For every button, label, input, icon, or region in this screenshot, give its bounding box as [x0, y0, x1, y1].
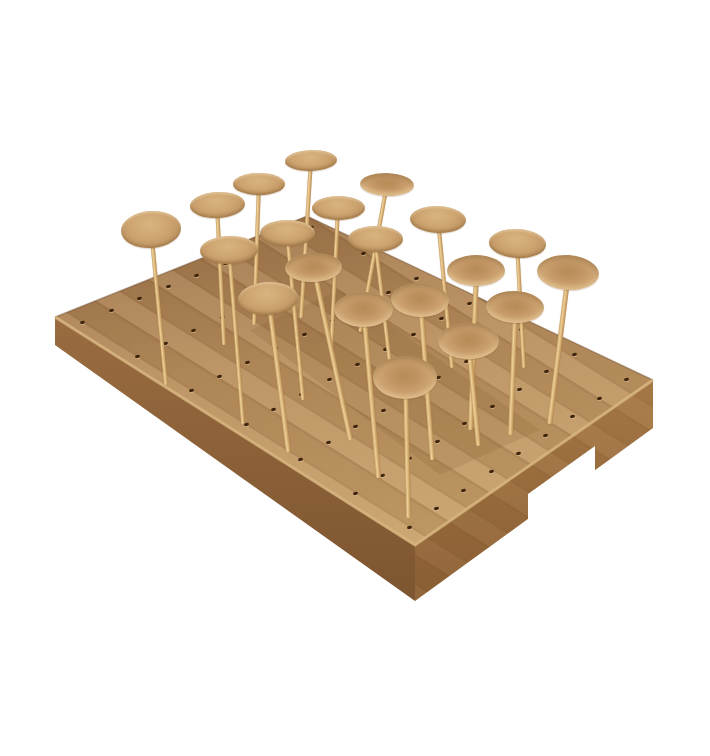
pop-disc: [447, 255, 505, 286]
pop-disc: [348, 226, 403, 252]
board: [0, 0, 710, 756]
pop-disc: [334, 292, 393, 327]
pop-disc: [233, 173, 285, 195]
pop-disc: [438, 323, 499, 359]
pop-disc: [260, 220, 315, 246]
pop-disc: [312, 196, 365, 220]
pop-disc: [373, 356, 437, 399]
product-photo-page: [0, 0, 710, 756]
scene: [0, 0, 710, 756]
